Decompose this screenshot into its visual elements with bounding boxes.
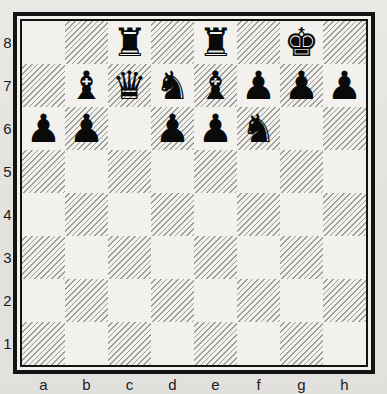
- square-h2: [323, 279, 366, 322]
- square-f2: [237, 279, 280, 322]
- square-b4: [65, 193, 108, 236]
- square-g7: ♟: [280, 64, 323, 107]
- black-pawn-piece: ♟: [198, 107, 233, 150]
- square-f8: [237, 21, 280, 64]
- square-a6: ♟: [22, 107, 65, 150]
- square-h4: [323, 193, 366, 236]
- square-f7: ♟: [237, 64, 280, 107]
- square-h8: [323, 21, 366, 64]
- square-g8: ♚: [280, 21, 323, 64]
- file-label-g: g: [280, 376, 323, 393]
- square-e6: ♟: [194, 107, 237, 150]
- file-labels: abcdefgh: [22, 376, 366, 393]
- square-d6: ♟: [151, 107, 194, 150]
- square-e5: [194, 150, 237, 193]
- square-d5: [151, 150, 194, 193]
- square-c7: ♛: [108, 64, 151, 107]
- square-b2: [65, 279, 108, 322]
- square-b8: [65, 21, 108, 64]
- square-g6: [280, 107, 323, 150]
- black-pawn-piece: ♟: [69, 107, 104, 150]
- square-d4: [151, 193, 194, 236]
- square-e1: [194, 322, 237, 365]
- black-pawn-piece: ♟: [241, 64, 276, 107]
- square-d1: [151, 322, 194, 365]
- file-label-b: b: [65, 376, 108, 393]
- board-inner-border: ♜♜♚♝♛♞♝♟♟♟♟♟♟♟♞: [20, 19, 368, 367]
- square-b3: [65, 236, 108, 279]
- black-pawn-piece: ♟: [155, 107, 190, 150]
- file-label-d: d: [151, 376, 194, 393]
- file-label-e: e: [194, 376, 237, 393]
- black-rook-piece: ♜: [112, 21, 147, 64]
- square-d7: ♞: [151, 64, 194, 107]
- black-bishop-piece: ♝: [69, 64, 104, 107]
- black-rook-piece: ♜: [198, 21, 233, 64]
- square-c6: [108, 107, 151, 150]
- file-label-c: c: [108, 376, 151, 393]
- black-queen-piece: ♛: [112, 64, 147, 107]
- square-e2: [194, 279, 237, 322]
- black-pawn-piece: ♟: [284, 64, 319, 107]
- black-king-piece: ♚: [284, 21, 319, 64]
- square-a2: [22, 279, 65, 322]
- file-label-h: h: [323, 376, 366, 393]
- square-c5: [108, 150, 151, 193]
- black-knight-piece: ♞: [241, 107, 276, 150]
- square-g5: [280, 150, 323, 193]
- square-e8: ♜: [194, 21, 237, 64]
- square-d3: [151, 236, 194, 279]
- square-a3: [22, 236, 65, 279]
- square-a7: [22, 64, 65, 107]
- square-c3: [108, 236, 151, 279]
- square-f1: [237, 322, 280, 365]
- square-g3: [280, 236, 323, 279]
- square-a8: [22, 21, 65, 64]
- square-c1: [108, 322, 151, 365]
- chess-board: ♜♜♚♝♛♞♝♟♟♟♟♟♟♟♞: [22, 21, 366, 365]
- square-f4: [237, 193, 280, 236]
- square-g1: [280, 322, 323, 365]
- square-h5: [323, 150, 366, 193]
- square-h3: [323, 236, 366, 279]
- file-label-f: f: [237, 376, 280, 393]
- black-knight-piece: ♞: [155, 64, 190, 107]
- square-a5: [22, 150, 65, 193]
- board-frame: ♜♜♚♝♛♞♝♟♟♟♟♟♟♟♞: [13, 12, 375, 374]
- square-b1: [65, 322, 108, 365]
- square-g4: [280, 193, 323, 236]
- square-c8: ♜: [108, 21, 151, 64]
- square-d2: [151, 279, 194, 322]
- square-h6: [323, 107, 366, 150]
- square-a4: [22, 193, 65, 236]
- file-label-a: a: [22, 376, 65, 393]
- square-f6: ♞: [237, 107, 280, 150]
- square-e3: [194, 236, 237, 279]
- chess-diagram-page: 87654321 ♜♜♚♝♛♞♝♟♟♟♟♟♟♟♞ abcdefgh: [0, 0, 387, 394]
- black-pawn-piece: ♟: [26, 107, 61, 150]
- square-d8: [151, 21, 194, 64]
- square-f3: [237, 236, 280, 279]
- square-e4: [194, 193, 237, 236]
- square-a1: [22, 322, 65, 365]
- square-b5: [65, 150, 108, 193]
- black-pawn-piece: ♟: [327, 64, 362, 107]
- square-f5: [237, 150, 280, 193]
- square-b7: ♝: [65, 64, 108, 107]
- square-c4: [108, 193, 151, 236]
- square-h7: ♟: [323, 64, 366, 107]
- square-e7: ♝: [194, 64, 237, 107]
- black-bishop-piece: ♝: [198, 64, 233, 107]
- square-h1: [323, 322, 366, 365]
- square-b6: ♟: [65, 107, 108, 150]
- square-c2: [108, 279, 151, 322]
- square-g2: [280, 279, 323, 322]
